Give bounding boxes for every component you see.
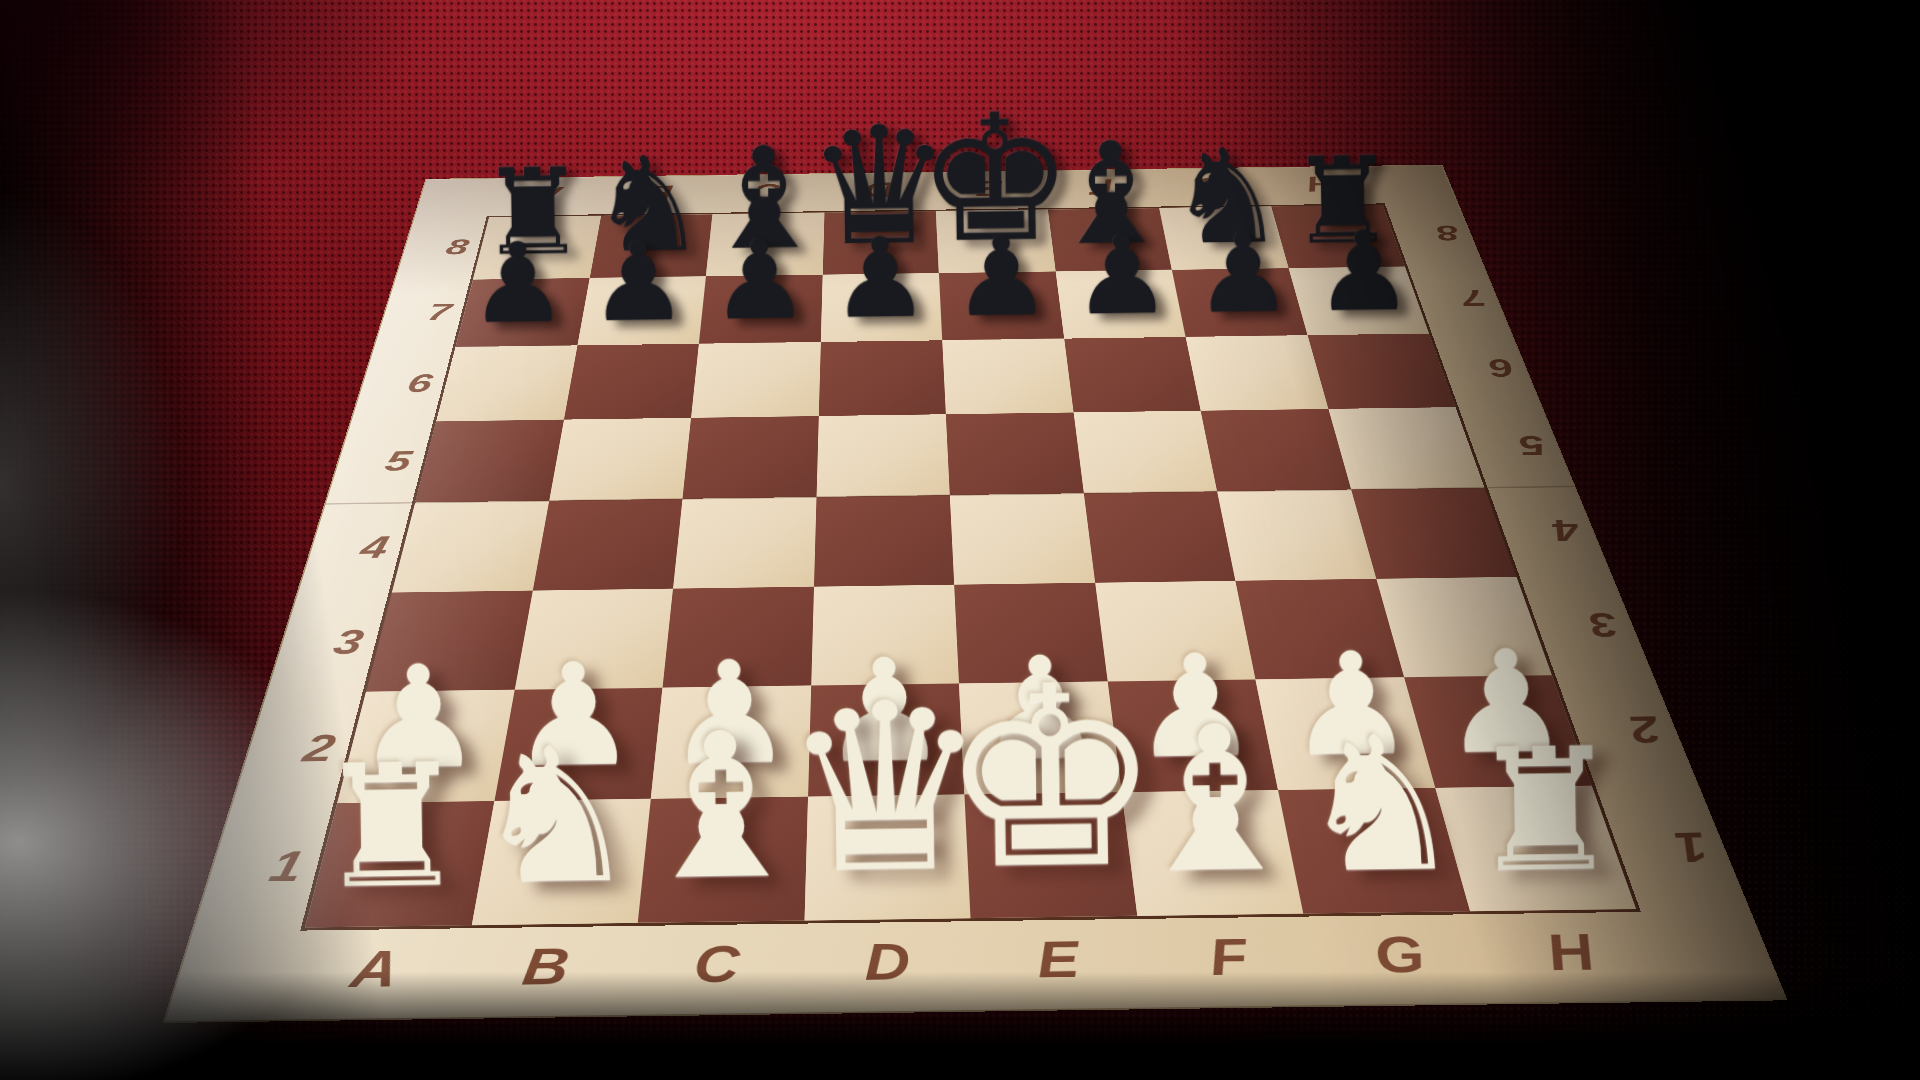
white-bishop-f1[interactable]: ♝: [1125, 704, 1307, 896]
file-label-g: G: [1306, 914, 1499, 1005]
file-label-mirrored-g: G: [1153, 168, 1273, 207]
file-label-d: D: [801, 921, 975, 1012]
square-f6[interactable]: [1064, 337, 1201, 412]
file-labels-bottom: ABCDEFGH: [277, 912, 1673, 1020]
file-label-mirrored-e: E: [934, 171, 1048, 210]
square-e7[interactable]: ♟: [939, 271, 1064, 340]
square-c7[interactable]: ♟: [699, 275, 823, 344]
square-a6[interactable]: [436, 345, 577, 421]
white-knight-b1[interactable]: ♞: [471, 726, 640, 905]
black-pawn-g7[interactable]: ♟: [1193, 220, 1293, 326]
white-knight-g1[interactable]: ♞: [1296, 715, 1465, 894]
square-h5[interactable]: [1328, 407, 1484, 490]
file-label-mirrored-c: C: [711, 174, 824, 213]
square-b1[interactable]: ♞: [471, 798, 651, 925]
square-d4[interactable]: [814, 495, 955, 586]
square-d6[interactable]: [818, 340, 945, 416]
square-a1[interactable]: ♜: [305, 801, 494, 928]
black-pawn-d7[interactable]: ♟: [830, 225, 930, 331]
square-b4[interactable]: [532, 499, 682, 591]
square-d7[interactable]: ♟: [821, 273, 943, 342]
file-label-mirrored-d: D: [824, 172, 936, 211]
square-a5[interactable]: [415, 419, 563, 502]
white-bishop-c1[interactable]: ♝: [630, 711, 812, 903]
square-e4[interactable]: [950, 493, 1095, 584]
square-g7[interactable]: ♟: [1172, 268, 1307, 337]
chess-board: 87654321 87654321 ABCDEFGH ABCDEFGH ♜♞♝♛…: [165, 165, 1785, 1021]
square-f7[interactable]: ♟: [1055, 270, 1185, 339]
square-b5[interactable]: [549, 418, 691, 501]
file-label-h: H: [1473, 912, 1673, 1003]
square-a7[interactable]: ♟: [455, 278, 589, 347]
square-e5[interactable]: [946, 412, 1084, 495]
file-label-a: A: [277, 928, 468, 1019]
square-c1[interactable]: ♝: [638, 796, 808, 923]
square-e6[interactable]: [942, 339, 1073, 414]
square-g5[interactable]: [1201, 409, 1351, 492]
square-f1[interactable]: ♝: [1121, 790, 1303, 916]
square-f5[interactable]: [1073, 411, 1217, 494]
black-pawn-f7[interactable]: ♟: [1072, 222, 1172, 328]
square-c4[interactable]: [673, 497, 816, 588]
black-pawn-b7[interactable]: ♟: [589, 229, 689, 335]
square-g4[interactable]: [1217, 489, 1376, 580]
perspective-scene: 87654321 87654321 ABCDEFGH ABCDEFGH ♜♞♝♛…: [0, 0, 1920, 1080]
square-h6[interactable]: [1307, 334, 1455, 409]
file-label-c: C: [626, 924, 803, 1015]
file-label-mirrored-b: B: [599, 175, 715, 214]
square-g1[interactable]: ♞: [1278, 788, 1470, 914]
file-label-mirrored-h: H: [1262, 166, 1385, 205]
square-h7[interactable]: ♟: [1288, 266, 1429, 335]
file-label-b: B: [452, 926, 636, 1017]
black-pawn-e7[interactable]: ♟: [951, 224, 1051, 330]
square-a4[interactable]: [392, 501, 549, 593]
file-label-e: E: [971, 919, 1150, 1010]
square-d5[interactable]: [816, 414, 950, 497]
square-g6[interactable]: [1186, 335, 1328, 410]
file-label-mirrored-a: A: [487, 177, 606, 216]
photo-stage: 87654321 87654321 ABCDEFGH ABCDEFGH ♜♞♝♛…: [0, 0, 1920, 1080]
square-b7[interactable]: ♟: [577, 276, 706, 345]
square-c5[interactable]: [682, 416, 818, 499]
black-pawn-c7[interactable]: ♟: [710, 227, 810, 333]
file-label-f: F: [1138, 917, 1324, 1008]
square-b6[interactable]: [564, 344, 699, 420]
square-e1[interactable]: ♚: [964, 792, 1136, 918]
white-rook-a1[interactable]: ♜: [314, 745, 468, 908]
file-label-mirrored-f: F: [1043, 169, 1160, 208]
square-c6[interactable]: [691, 342, 820, 418]
square-f4[interactable]: [1083, 491, 1235, 582]
black-pawn-a7[interactable]: ♟: [468, 230, 568, 336]
